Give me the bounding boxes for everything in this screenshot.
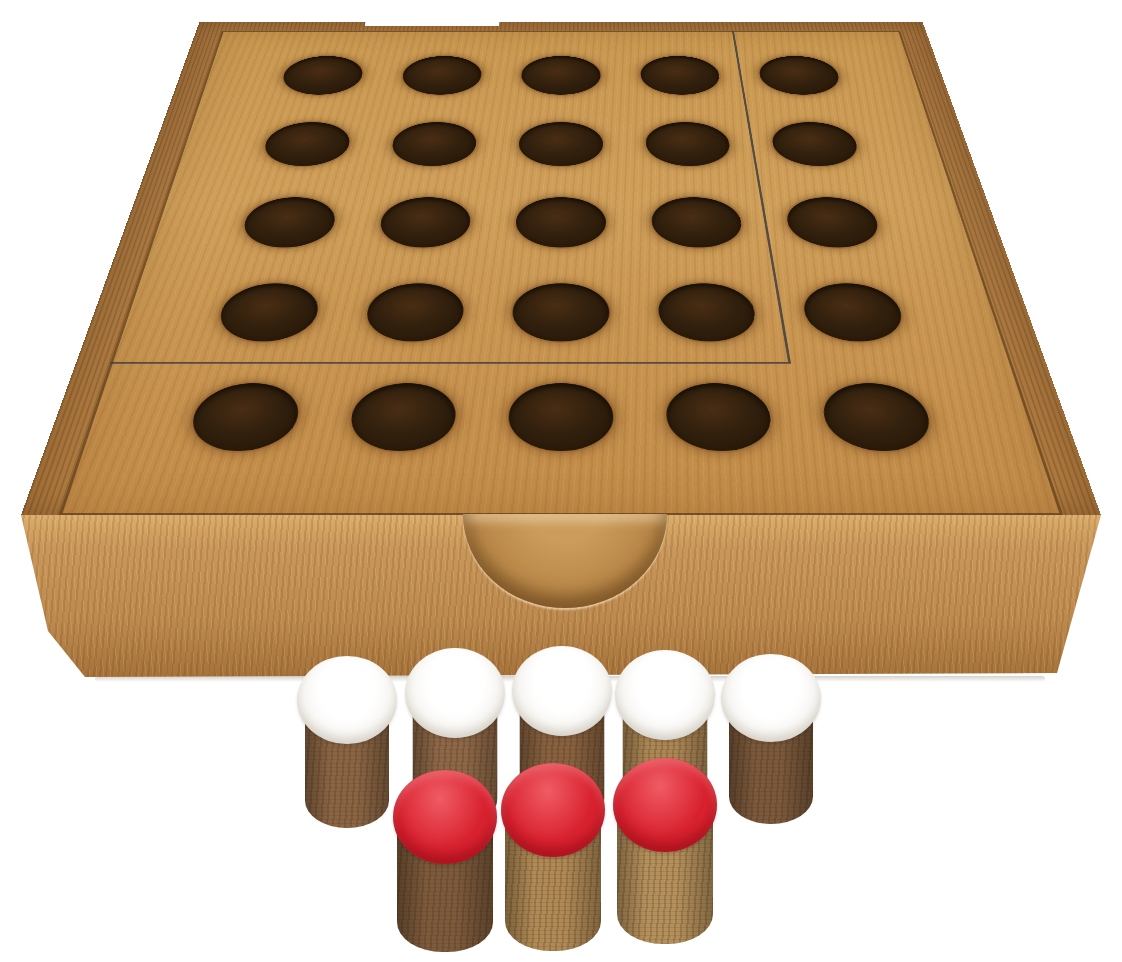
red-peg-cap — [501, 763, 605, 857]
white-peg-cap — [512, 646, 612, 736]
red-peg-3[interactable] — [613, 758, 717, 944]
white-peg-cap — [615, 650, 715, 740]
red-peg-cap — [393, 770, 497, 864]
red-peg-cap — [613, 758, 717, 852]
red-peg-1[interactable] — [393, 770, 497, 952]
photo-stage — [0, 0, 1122, 962]
red-peg-2[interactable] — [501, 763, 605, 951]
white-peg-cap — [405, 648, 505, 738]
white-peg-cap — [721, 654, 821, 742]
white-peg-cap — [297, 656, 397, 744]
peg-tray-area — [0, 0, 1122, 962]
white-peg-5[interactable] — [721, 654, 821, 824]
white-peg-1[interactable] — [297, 656, 397, 828]
